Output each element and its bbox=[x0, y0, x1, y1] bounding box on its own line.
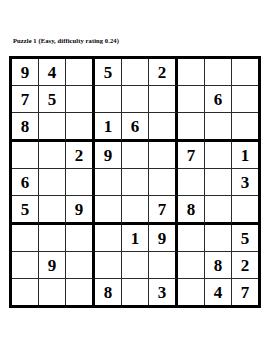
board-row-7: 195 bbox=[12, 225, 258, 252]
cell-r6c7-given: 8 bbox=[178, 196, 205, 225]
cell-r4c5-empty bbox=[122, 142, 149, 169]
cell-r1c9-empty bbox=[232, 59, 258, 86]
cell-r6c6-given: 7 bbox=[149, 196, 178, 225]
cell-r5c7-empty bbox=[178, 169, 205, 196]
cell-r3c5-given: 6 bbox=[122, 113, 149, 142]
board-row-1: 9452 bbox=[12, 59, 258, 86]
cell-r4c9-given: 1 bbox=[232, 142, 258, 169]
cell-r4c6-empty bbox=[149, 142, 178, 169]
cell-r7c3-empty bbox=[66, 225, 95, 252]
cell-r9c6-given: 3 bbox=[149, 279, 178, 305]
cell-r9c7-empty bbox=[178, 279, 205, 305]
cell-r2c3-empty bbox=[66, 86, 95, 113]
cell-r9c2-empty bbox=[39, 279, 66, 305]
cell-r4c2-empty bbox=[39, 142, 66, 169]
cell-r5c6-empty bbox=[149, 169, 178, 196]
cell-r8c3-empty bbox=[66, 252, 95, 279]
cell-r5c9-given: 3 bbox=[232, 169, 258, 196]
cell-r7c1-empty bbox=[12, 225, 39, 252]
cell-r1c7-empty bbox=[178, 59, 205, 86]
board-row-4: 2971 bbox=[12, 142, 258, 169]
cell-r5c5-empty bbox=[122, 169, 149, 196]
cell-r4c1-empty bbox=[12, 142, 39, 169]
cell-r9c5-empty bbox=[122, 279, 149, 305]
cell-r4c3-given: 2 bbox=[66, 142, 95, 169]
cell-r1c8-empty bbox=[205, 59, 232, 86]
cell-r7c6-given: 9 bbox=[149, 225, 178, 252]
cell-r6c2-empty bbox=[39, 196, 66, 225]
cell-r2c5-empty bbox=[122, 86, 149, 113]
cell-r2c9-empty bbox=[232, 86, 258, 113]
cell-r7c9-given: 5 bbox=[232, 225, 258, 252]
cell-r1c4-given: 5 bbox=[95, 59, 122, 86]
cell-r7c7-empty bbox=[178, 225, 205, 252]
cell-r5c2-empty bbox=[39, 169, 66, 196]
cell-r5c8-empty bbox=[205, 169, 232, 196]
cell-r3c8-empty bbox=[205, 113, 232, 142]
cell-r6c1-given: 5 bbox=[12, 196, 39, 225]
cell-r6c5-empty bbox=[122, 196, 149, 225]
cell-r1c2-given: 4 bbox=[39, 59, 66, 86]
board-row-5: 63 bbox=[12, 169, 258, 196]
cell-r8c4-empty bbox=[95, 252, 122, 279]
cell-r7c8-empty bbox=[205, 225, 232, 252]
cell-r8c9-given: 2 bbox=[232, 252, 258, 279]
cell-r5c1-given: 6 bbox=[12, 169, 39, 196]
cell-r9c8-given: 4 bbox=[205, 279, 232, 305]
cell-r8c1-empty bbox=[12, 252, 39, 279]
cell-r1c5-empty bbox=[122, 59, 149, 86]
cell-r3c6-empty bbox=[149, 113, 178, 142]
cell-r3c2-empty bbox=[39, 113, 66, 142]
board-row-6: 5978 bbox=[12, 196, 258, 225]
cell-r3c9-empty bbox=[232, 113, 258, 142]
cell-r3c4-given: 1 bbox=[95, 113, 122, 142]
cell-r1c6-given: 2 bbox=[149, 59, 178, 86]
cell-r7c5-given: 1 bbox=[122, 225, 149, 252]
cell-r3c1-given: 8 bbox=[12, 113, 39, 142]
cell-r9c4-given: 8 bbox=[95, 279, 122, 305]
cell-r9c9-given: 7 bbox=[232, 279, 258, 305]
sudoku-page: Puzzle 1 (Easy, difficulty rating 0.24) … bbox=[0, 0, 270, 350]
cell-r5c3-empty bbox=[66, 169, 95, 196]
cell-r8c8-given: 8 bbox=[205, 252, 232, 279]
cell-r6c3-given: 9 bbox=[66, 196, 95, 225]
board-row-2: 756 bbox=[12, 86, 258, 113]
cell-r1c1-given: 9 bbox=[12, 59, 39, 86]
cell-r8c7-empty bbox=[178, 252, 205, 279]
cell-r4c7-given: 7 bbox=[178, 142, 205, 169]
cell-r2c6-empty bbox=[149, 86, 178, 113]
puzzle-title: Puzzle 1 (Easy, difficulty rating 0.24) bbox=[13, 37, 119, 44]
cell-r5c4-empty bbox=[95, 169, 122, 196]
cell-r7c2-empty bbox=[39, 225, 66, 252]
cell-r6c8-empty bbox=[205, 196, 232, 225]
cell-r6c4-empty bbox=[95, 196, 122, 225]
cell-r8c5-empty bbox=[122, 252, 149, 279]
sudoku-board: 945275681629716359781959828347 bbox=[9, 56, 261, 308]
cell-r8c6-empty bbox=[149, 252, 178, 279]
cell-r8c2-given: 9 bbox=[39, 252, 66, 279]
board-row-3: 816 bbox=[12, 113, 258, 142]
cell-r2c8-given: 6 bbox=[205, 86, 232, 113]
cell-r9c1-empty bbox=[12, 279, 39, 305]
cell-r4c8-empty bbox=[205, 142, 232, 169]
cell-r7c4-empty bbox=[95, 225, 122, 252]
cell-r2c2-given: 5 bbox=[39, 86, 66, 113]
cell-r3c3-empty bbox=[66, 113, 95, 142]
cell-r9c3-empty bbox=[66, 279, 95, 305]
cell-r2c7-empty bbox=[178, 86, 205, 113]
cell-r3c7-empty bbox=[178, 113, 205, 142]
cell-r4c4-given: 9 bbox=[95, 142, 122, 169]
board-row-9: 8347 bbox=[12, 279, 258, 305]
cell-r2c1-given: 7 bbox=[12, 86, 39, 113]
cell-r6c9-empty bbox=[232, 196, 258, 225]
cell-r1c3-empty bbox=[66, 59, 95, 86]
board-row-8: 982 bbox=[12, 252, 258, 279]
cell-r2c4-empty bbox=[95, 86, 122, 113]
